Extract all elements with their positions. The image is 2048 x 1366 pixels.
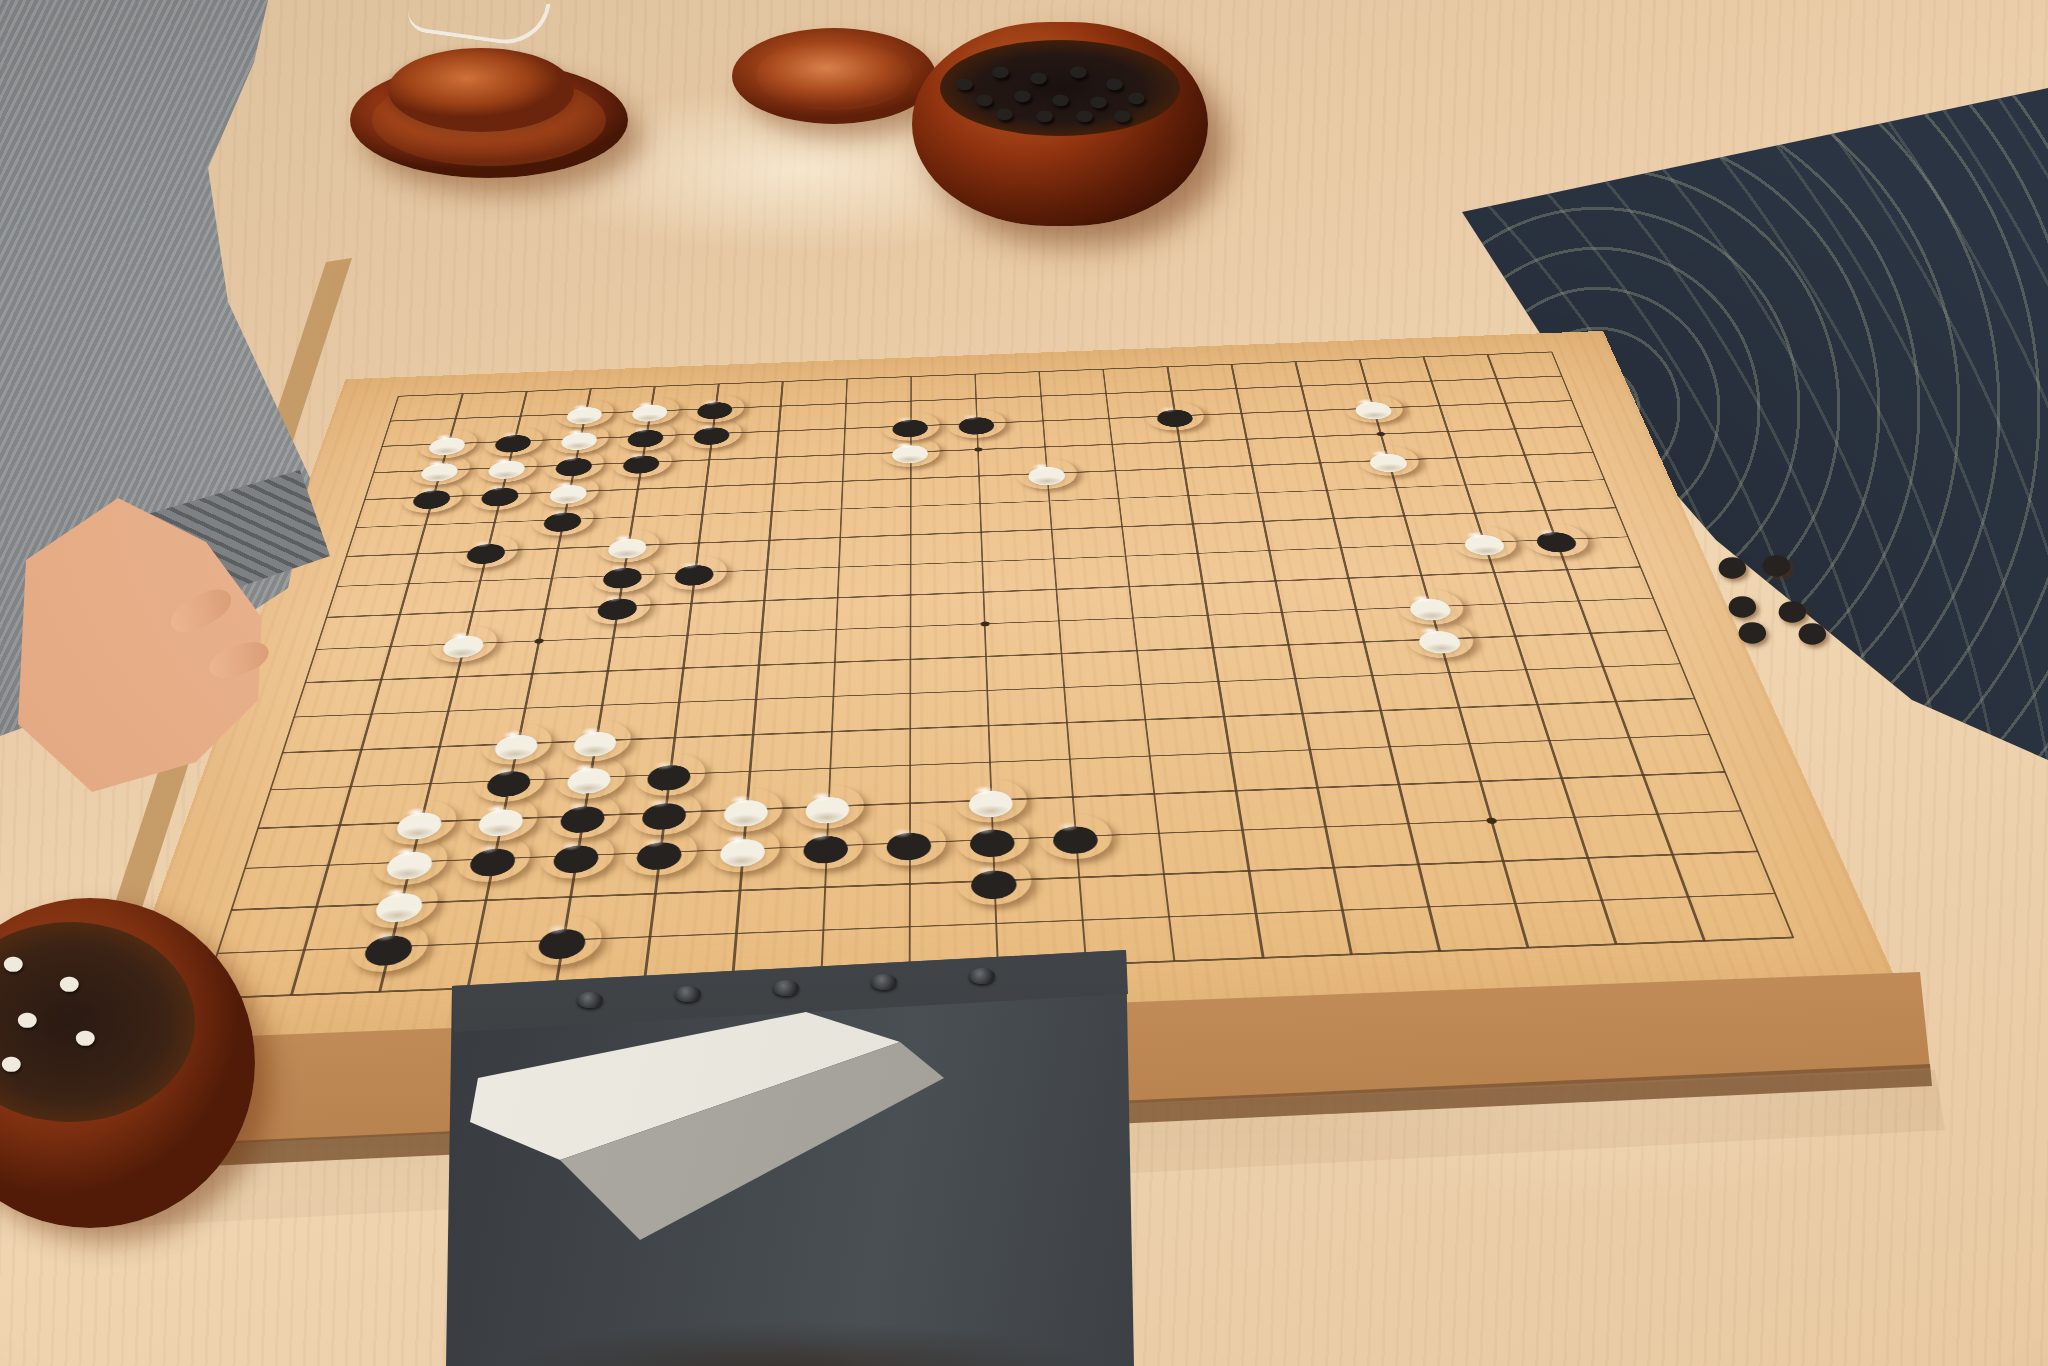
- photo-vignette: [0, 0, 2048, 1366]
- go-game-photo: ●●●●●●●●●●●●●● ●●●●●●●●●●●●●●●●●●●●●●●●●…: [0, 0, 2048, 1366]
